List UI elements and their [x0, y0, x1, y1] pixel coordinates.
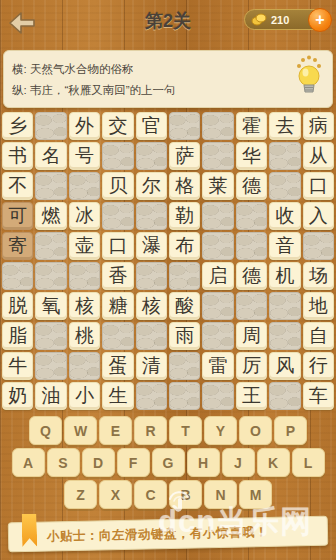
grid-cell-r8c2[interactable] [35, 322, 66, 350]
key-N[interactable]: N [204, 480, 237, 509]
grid-cell-r4c1[interactable]: 可 [2, 202, 33, 230]
grid-cell-r3c7[interactable]: 莱 [202, 172, 233, 200]
grid-cell-r7c8[interactable] [236, 292, 267, 320]
grid-cell-r2c10[interactable]: 从 [303, 142, 334, 170]
key-X[interactable]: X [99, 480, 132, 509]
key-W[interactable]: W [64, 416, 97, 445]
clue-across: 横: 天然气水合物的俗称 [12, 59, 288, 80]
grid-cell-r2c5[interactable] [136, 142, 167, 170]
grid-cell-r5c10[interactable] [303, 232, 334, 260]
grid-cell-r1c5[interactable]: 官 [136, 112, 167, 140]
keyboard: QWERTYOP ASDFGHJKL ZXCBNM [0, 416, 336, 512]
grid-cell-r10c7[interactable] [202, 382, 233, 410]
grid-cell-r5c8[interactable] [236, 232, 267, 260]
grid-cell-r3c2[interactable] [35, 172, 66, 200]
coin-counter[interactable]: 210 + [244, 9, 330, 30]
key-M[interactable]: M [239, 480, 272, 509]
key-B[interactable]: B [169, 480, 202, 509]
grid-cell-r1c4[interactable]: 交 [102, 112, 133, 140]
grid-cell-r9c2[interactable] [35, 352, 66, 380]
grid-cell-r4c5[interactable] [136, 202, 167, 230]
grid-cell-r2c7[interactable] [202, 142, 233, 170]
bookmark-icon [22, 514, 38, 547]
grid-cell-r8c5[interactable] [136, 322, 167, 350]
key-G[interactable]: G [152, 448, 185, 477]
grid-cell-r10c5[interactable] [136, 382, 167, 410]
grid-cell-r2c6[interactable]: 萨 [169, 142, 200, 170]
grid-cell-r3c8[interactable]: 德 [236, 172, 267, 200]
grid-cell-r9c9[interactable]: 风 [269, 352, 300, 380]
game-screen: 第2关 210 + 横: 天然气水合物的俗称 纵: 韦庄，“秋雁又南回”的上一句 [0, 0, 336, 560]
grid-cell-r1c9[interactable]: 去 [269, 112, 300, 140]
grid-cell-r5c1[interactable]: 寄 [2, 232, 33, 260]
key-C[interactable]: C [134, 480, 167, 509]
grid-cell-r5c7[interactable] [202, 232, 233, 260]
grid-cell-r1c3[interactable]: 外 [69, 112, 100, 140]
key-S[interactable]: S [47, 448, 80, 477]
grid-cell-r3c4[interactable]: 贝 [102, 172, 133, 200]
grid-cell-r5c9[interactable]: 音 [269, 232, 300, 260]
tip-label: 小贴士： [47, 527, 99, 545]
keyboard-row-2: ASDFGHJKL [0, 448, 336, 477]
grid-cell-r6c1[interactable] [2, 262, 33, 290]
grid-cell-r7c4[interactable]: 糖 [102, 292, 133, 320]
grid-cell-r2c3[interactable]: 号 [69, 142, 100, 170]
grid-cell-r5c5[interactable]: 瀑 [136, 232, 167, 260]
key-Y[interactable]: Y [204, 416, 237, 445]
grid-cell-r9c8[interactable]: 厉 [236, 352, 267, 380]
grid-cell-r8c6[interactable]: 雨 [169, 322, 200, 350]
grid-cell-r4c7[interactable] [202, 202, 233, 230]
grid-cell-r2c4[interactable] [102, 142, 133, 170]
grid-cell-r7c7[interactable] [202, 292, 233, 320]
grid-cell-r10c4[interactable]: 生 [102, 382, 133, 410]
key-F[interactable]: F [117, 448, 150, 477]
grid-cell-r1c2[interactable] [35, 112, 66, 140]
grid-cell-r6c2[interactable] [35, 262, 66, 290]
crossword-grid: 乡外交官霍去病书名号萨华从不贝尔格莱德口可燃冰勒收入寄壶口瀑布音香启德机场脱氧核… [0, 110, 336, 412]
grid-cell-r2c9[interactable] [269, 142, 300, 170]
grid-cell-r4c2[interactable]: 燃 [35, 202, 66, 230]
hint-bulb-icon[interactable] [292, 54, 326, 98]
grid-cell-r5c4[interactable]: 口 [102, 232, 133, 260]
key-H[interactable]: H [187, 448, 220, 477]
grid-cell-r7c3[interactable]: 核 [69, 292, 100, 320]
grid-cell-r6c4[interactable]: 香 [102, 262, 133, 290]
grid-cell-r2c8[interactable]: 华 [236, 142, 267, 170]
top-bar: 第2关 210 + [0, 0, 336, 46]
grid-cell-r3c3[interactable] [69, 172, 100, 200]
grid-cell-r9c3[interactable] [69, 352, 100, 380]
grid-cell-r4c9[interactable]: 收 [269, 202, 300, 230]
grid-cell-r10c8[interactable]: 王 [236, 382, 267, 410]
grid-cell-r10c2[interactable]: 油 [35, 382, 66, 410]
grid-cell-r9c6[interactable] [169, 352, 200, 380]
grid-cell-r4c10[interactable]: 入 [303, 202, 334, 230]
grid-cell-r7c1[interactable]: 脱 [2, 292, 33, 320]
add-coins-button[interactable]: + [308, 8, 332, 32]
grid-cell-r6c9[interactable]: 机 [269, 262, 300, 290]
grid-cell-r8c7[interactable] [202, 322, 233, 350]
grid-cell-r8c9[interactable] [269, 322, 300, 350]
grid-cell-r4c6[interactable]: 勒 [169, 202, 200, 230]
grid-cell-r5c2[interactable] [35, 232, 66, 260]
key-Z[interactable]: Z [64, 480, 97, 509]
grid-cell-r7c9[interactable] [269, 292, 300, 320]
key-L[interactable]: L [292, 448, 325, 477]
grid-cell-r1c1[interactable]: 乡 [2, 112, 33, 140]
grid-cell-r3c1[interactable]: 不 [2, 172, 33, 200]
grid-cell-r4c8[interactable] [236, 202, 267, 230]
grid-cell-r9c5[interactable]: 清 [136, 352, 167, 380]
grid-cell-r10c3[interactable]: 小 [69, 382, 100, 410]
grid-cell-r1c6[interactable] [169, 112, 200, 140]
grid-cell-r8c8[interactable]: 周 [236, 322, 267, 350]
grid-cell-r9c7[interactable]: 雷 [202, 352, 233, 380]
key-O[interactable]: O [239, 416, 272, 445]
grid-cell-r6c5[interactable] [136, 262, 167, 290]
grid-cell-r6c3[interactable] [69, 262, 100, 290]
key-T[interactable]: T [169, 416, 202, 445]
key-Q[interactable]: Q [29, 416, 62, 445]
grid-cell-r8c1[interactable]: 脂 [2, 322, 33, 350]
grid-cell-r4c3[interactable]: 冰 [69, 202, 100, 230]
grid-cell-r1c8[interactable]: 霍 [236, 112, 267, 140]
grid-cell-r10c1[interactable]: 奶 [2, 382, 33, 410]
grid-cell-r8c10[interactable]: 自 [303, 322, 334, 350]
clue-down: 纵: 韦庄，“秋雁又南回”的上一句 [12, 80, 288, 101]
coins-icon [251, 13, 267, 26]
grid-cell-r5c6[interactable]: 布 [169, 232, 200, 260]
grid-cell-r10c6[interactable] [169, 382, 200, 410]
grid-cell-r8c4[interactable] [102, 322, 133, 350]
grid-cell-r2c1[interactable]: 书 [2, 142, 33, 170]
grid-cell-r2c2[interactable]: 名 [35, 142, 66, 170]
key-E[interactable]: E [99, 416, 132, 445]
grid-cell-r6c6[interactable] [169, 262, 200, 290]
grid-cell-r1c7[interactable] [202, 112, 233, 140]
key-R[interactable]: R [134, 416, 167, 445]
grid-cell-r6c8[interactable]: 德 [236, 262, 267, 290]
grid-cell-r9c1[interactable]: 牛 [2, 352, 33, 380]
grid-cell-r7c2[interactable]: 氧 [35, 292, 66, 320]
grid-cell-r4c4[interactable] [102, 202, 133, 230]
grid-cell-r9c4[interactable]: 蛋 [102, 352, 133, 380]
key-D[interactable]: D [82, 448, 115, 477]
grid-cell-r6c10[interactable]: 场 [303, 262, 334, 290]
keyboard-row-3: ZXCBNM [0, 480, 336, 509]
grid-cell-r9c10[interactable]: 行 [303, 352, 334, 380]
grid-cell-r3c6[interactable]: 格 [169, 172, 200, 200]
grid-cell-r10c9[interactable] [269, 382, 300, 410]
grid-cell-r7c6[interactable]: 酸 [169, 292, 200, 320]
key-P[interactable]: P [274, 416, 307, 445]
key-J[interactable]: J [222, 448, 255, 477]
grid-cell-r3c10[interactable]: 口 [303, 172, 334, 200]
grid-cell-r7c10[interactable]: 地 [303, 292, 334, 320]
grid-cell-r6c7[interactable]: 启 [202, 262, 233, 290]
grid-cell-r10c10[interactable]: 车 [303, 382, 334, 410]
key-K[interactable]: K [257, 448, 290, 477]
tip-text: 向左滑动键盘，有小惊喜哦！ [99, 523, 268, 544]
grid-cell-r8c3[interactable]: 桃 [69, 322, 100, 350]
grid-cell-r3c5[interactable]: 尔 [136, 172, 167, 200]
grid-cell-r3c9[interactable] [269, 172, 300, 200]
clue-panel: 横: 天然气水合物的俗称 纵: 韦庄，“秋雁又南回”的上一句 [3, 50, 333, 108]
key-A[interactable]: A [12, 448, 45, 477]
tip-bar: 小贴士： 向左滑动键盘，有小惊喜哦！ [8, 516, 329, 553]
keyboard-row-1: QWERTYOP [0, 416, 336, 445]
coin-amount: 210 [271, 14, 289, 26]
grid-cell-r1c10[interactable]: 病 [303, 112, 334, 140]
grid-cell-r7c5[interactable]: 核 [136, 292, 167, 320]
grid-cell-r5c3[interactable]: 壶 [69, 232, 100, 260]
